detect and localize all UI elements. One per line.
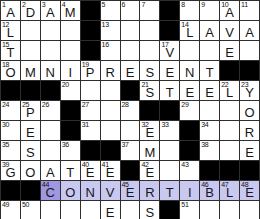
cell-r8c2[interactable]: S (21, 141, 40, 160)
cell-r11c1[interactable]: 49 (1, 201, 20, 219)
cell-r10c9[interactable]: T (160, 181, 179, 200)
cell-r6c1[interactable]: 24 (1, 101, 20, 120)
cell-r6c8 (140, 101, 159, 120)
cell-r10c7[interactable]: 45E (121, 181, 140, 200)
cell-r11c7[interactable] (121, 201, 140, 219)
cell-r7c8[interactable]: 32E (140, 121, 159, 140)
cell-letter: E (160, 66, 179, 79)
cell-r3c3[interactable] (41, 41, 60, 60)
cell-r5c6[interactable] (101, 81, 120, 100)
cell-r3c4[interactable] (61, 41, 80, 60)
clue-number: 16 (102, 41, 109, 49)
cell-letter: R (140, 186, 159, 199)
cell-letter: A (200, 26, 219, 39)
cell-r3c6[interactable]: 16 (101, 41, 120, 60)
cell-letter: A (220, 6, 239, 19)
cell-r10c1 (1, 181, 20, 200)
cell-letter: M (21, 66, 40, 79)
cell-r1c9 (160, 1, 179, 20)
cell-letter: T (61, 166, 80, 179)
cell-letter: T (160, 86, 179, 99)
cell-r1c13[interactable]: 11 (240, 1, 259, 20)
cell-letter: L (220, 86, 239, 99)
cell-letter: Y (240, 86, 259, 99)
clue-number: 34 (201, 121, 208, 129)
clue-number: 11 (241, 1, 248, 9)
cell-r2c1[interactable]: 12L (1, 21, 20, 40)
cell-letter: S (140, 66, 159, 79)
cell-letter: E (240, 186, 259, 199)
cell-r7c7[interactable] (121, 121, 140, 140)
cell-letter: E (200, 86, 219, 99)
cell-letter: T (160, 186, 179, 199)
cell-letter: N (41, 66, 60, 79)
cell-letter: C (41, 186, 60, 199)
cell-letter: R (240, 126, 259, 139)
cell-r7c11[interactable]: 34 (200, 121, 219, 140)
cell-letter: E (121, 186, 140, 199)
cell-r7c2[interactable]: E (21, 121, 40, 140)
cell-r2c12[interactable]: V (220, 21, 239, 40)
cell-letter: E (21, 126, 40, 139)
clue-number: 13 (102, 21, 109, 29)
cell-r2c3[interactable] (41, 21, 60, 40)
crossword-grid: 1A2D3A4M5678910A1112L1314LAVA15T1617VE18… (0, 0, 260, 219)
cell-letter: R (101, 66, 120, 79)
cell-r3c2[interactable] (21, 41, 40, 60)
cell-r5c5[interactable] (81, 81, 100, 100)
cell-r9c10[interactable]: 43 (180, 161, 199, 180)
cell-r8c8[interactable]: M (140, 141, 159, 160)
cell-letter: T (1, 46, 20, 59)
cell-r7c1[interactable]: 30 (1, 121, 20, 140)
clue-number: 7 (141, 1, 145, 9)
cell-r2c11[interactable]: A (200, 21, 219, 40)
cell-letter: E (180, 86, 199, 99)
clue-number: 50 (22, 201, 29, 209)
cell-r5c1 (1, 81, 20, 100)
cell-r6c9 (160, 101, 179, 120)
cell-letter: B (200, 186, 219, 199)
cell-r10c12[interactable]: 47L (220, 181, 239, 200)
cell-r10c8[interactable]: R (140, 181, 159, 200)
cell-r6c4 (61, 101, 80, 120)
cell-r9c4[interactable]: T (61, 161, 80, 180)
cell-letter: V (101, 186, 120, 199)
clue-number: 29 (181, 101, 188, 109)
cell-r3c5 (81, 41, 100, 60)
cell-r4c13 (240, 61, 259, 80)
cell-r1c5 (81, 1, 100, 20)
cell-r10c2 (21, 181, 40, 200)
cell-letter: G (1, 166, 20, 179)
cell-r4c12 (220, 61, 239, 80)
cell-r8c6 (101, 141, 120, 160)
cell-r5c12[interactable]: 22L (220, 81, 239, 100)
cell-letter: E (140, 126, 159, 139)
cell-r5c2 (21, 81, 40, 100)
cell-r6c5[interactable]: 27 (81, 101, 100, 120)
cell-r4c1[interactable]: 18O (1, 61, 20, 80)
cell-r2c8[interactable] (140, 21, 159, 40)
cell-r5c3 (41, 81, 60, 100)
cell-r9c8[interactable]: 42E (140, 161, 159, 180)
cell-letter: A (41, 6, 60, 19)
cell-r9c7 (121, 161, 140, 180)
cell-letter: E (101, 206, 120, 219)
cell-r4c10[interactable]: N (180, 61, 199, 80)
cell-r3c9[interactable]: 17V (160, 41, 179, 60)
cell-r10c6[interactable]: V (101, 181, 120, 200)
cell-letter: V (220, 26, 239, 39)
cell-r4c4[interactable]: I (61, 61, 80, 80)
cell-r10c3[interactable]: 44C (41, 181, 60, 200)
cell-r8c4[interactable]: 36 (61, 141, 80, 160)
cell-r6c12[interactable] (220, 101, 239, 120)
cell-letter: M (61, 6, 80, 19)
cell-r10c5[interactable]: N (81, 181, 100, 200)
cell-r5c13[interactable]: 23Y (240, 81, 259, 100)
cell-r3c12[interactable]: E (220, 41, 239, 60)
cell-r11c4[interactable] (61, 201, 80, 219)
cell-r11c5[interactable] (81, 201, 100, 219)
cell-r4c3[interactable]: N (41, 61, 60, 80)
cell-r4c6[interactable]: R (101, 61, 120, 80)
cell-r7c12[interactable] (220, 121, 239, 140)
cell-letter: V (160, 46, 179, 59)
cell-r7c10 (180, 121, 199, 140)
cell-r5c11[interactable]: E (200, 81, 219, 100)
cell-r6c11[interactable] (200, 101, 219, 120)
cell-r9c11 (200, 161, 219, 180)
clue-number: 30 (2, 121, 9, 129)
cell-r1c2[interactable]: 2D (21, 1, 40, 20)
cell-r2c4[interactable] (61, 21, 80, 40)
clue-number: 27 (82, 101, 89, 109)
cell-r2c6[interactable]: 13 (101, 21, 120, 40)
cell-r1c12[interactable]: 10A (220, 1, 239, 20)
cell-r1c3[interactable]: 3A (41, 1, 60, 20)
cell-r2c9 (160, 21, 179, 40)
cell-r9c1[interactable]: 39G (1, 161, 20, 180)
cell-r1c4[interactable]: 4M (61, 1, 80, 20)
cell-r11c3[interactable] (41, 201, 60, 219)
clue-number: 51 (181, 201, 188, 209)
cell-letter: O (61, 186, 80, 199)
cell-r7c13[interactable]: R (240, 121, 259, 140)
cell-r4c8[interactable]: S (140, 61, 159, 80)
cell-letter: N (81, 186, 100, 199)
cell-letter: E (220, 46, 239, 59)
cell-r8c10 (180, 141, 199, 160)
cell-letter: O (1, 66, 20, 79)
cell-letter: L (180, 26, 199, 39)
cell-letter: A (240, 26, 259, 39)
cell-letter: E (81, 166, 100, 179)
clue-number: 33 (161, 121, 168, 129)
clue-number: 9 (201, 1, 205, 9)
cell-r8c3[interactable] (41, 141, 60, 160)
cell-r7c4 (61, 121, 80, 140)
cell-letter: T (200, 66, 219, 79)
cell-r6c7[interactable]: 28 (121, 101, 140, 120)
cell-r7c9[interactable]: 33 (160, 121, 179, 140)
cell-r7c6[interactable] (101, 121, 120, 140)
cell-r3c8[interactable] (140, 41, 159, 60)
cell-r8c13[interactable]: E (240, 141, 259, 160)
clue-number: 49 (2, 201, 9, 209)
cell-r4c11[interactable]: T (200, 61, 219, 80)
cell-r6c3[interactable]: 26 (41, 101, 60, 120)
cell-r1c6[interactable]: 5 (101, 1, 120, 20)
cell-letter: S (140, 206, 159, 219)
cell-r5c8[interactable]: 21S (140, 81, 159, 100)
cell-r3c7[interactable] (121, 41, 140, 60)
cell-r1c11[interactable]: 9 (200, 1, 219, 20)
cell-letter: M (140, 146, 159, 159)
cell-r1c10[interactable]: 8 (180, 1, 199, 20)
cell-r10c13[interactable]: 48E (240, 181, 259, 200)
cell-letter: P (81, 66, 100, 79)
cell-r3c11[interactable] (200, 41, 219, 60)
clue-number: 31 (82, 121, 89, 129)
cell-r9c3[interactable]: A (41, 161, 60, 180)
cell-r4c2[interactable]: M (21, 61, 40, 80)
cell-r8c1[interactable]: 35 (1, 141, 20, 160)
cell-r5c4[interactable]: 20 (61, 81, 80, 100)
cell-r8c11[interactable]: 38 (200, 141, 219, 160)
cell-r11c6[interactable]: E (101, 201, 120, 219)
cell-r4c9[interactable]: E (160, 61, 179, 80)
cell-r10c10[interactable]: I (180, 181, 199, 200)
cell-letter: E (101, 166, 120, 179)
cell-letter: A (1, 6, 20, 19)
cell-r6c2[interactable]: 25P (21, 101, 40, 120)
cell-r10c11[interactable]: 46B (200, 181, 219, 200)
cell-r6c6[interactable] (101, 101, 120, 120)
cell-r4c5[interactable]: 19P (81, 61, 100, 80)
cell-letter: D (21, 6, 40, 19)
cell-r3c1[interactable]: 15T (1, 41, 20, 60)
cell-letter: O (21, 166, 40, 179)
cell-r9c2[interactable]: O (21, 161, 40, 180)
cell-letter: I (61, 66, 80, 79)
cell-r9c5[interactable]: 40E (81, 161, 100, 180)
cell-r2c10[interactable]: 14L (180, 21, 199, 40)
cell-r7c5[interactable]: 31 (81, 121, 100, 140)
cell-r9c6[interactable]: 41E (101, 161, 120, 180)
clue-number: 5 (102, 1, 106, 9)
cell-r3c13[interactable] (240, 41, 259, 60)
cell-r11c13[interactable] (240, 201, 259, 219)
cell-letter: S (21, 146, 40, 159)
clue-number: 6 (122, 1, 126, 9)
cell-r2c7[interactable] (121, 21, 140, 40)
cell-r4c7[interactable]: E (121, 61, 140, 80)
cell-r8c5 (81, 141, 100, 160)
cell-r9c12 (220, 161, 239, 180)
clue-number: 8 (181, 1, 185, 9)
cell-letter: E (140, 166, 159, 179)
cell-r8c12[interactable] (220, 141, 239, 160)
cell-r5c7 (121, 81, 140, 100)
cell-r2c5 (81, 21, 100, 40)
clue-number: 35 (2, 141, 9, 149)
cell-r1c7[interactable]: 6 (121, 1, 140, 20)
cell-r3c10[interactable] (180, 41, 199, 60)
cell-letter: L (220, 186, 239, 199)
cell-letter: P (21, 106, 40, 119)
cell-letter: I (180, 186, 199, 199)
cell-r9c9[interactable] (160, 161, 179, 180)
cell-r7c3[interactable] (41, 121, 60, 140)
cell-r5c10[interactable]: E (180, 81, 199, 100)
clue-number: 43 (181, 161, 188, 169)
cell-letter: O (240, 106, 259, 119)
cell-letter: E (121, 66, 140, 79)
cell-letter: S (140, 86, 159, 99)
cell-r5c9[interactable]: T (160, 81, 179, 100)
cell-r11c11[interactable] (200, 201, 219, 219)
cell-r8c9[interactable] (160, 141, 179, 160)
cell-r1c8[interactable]: 7 (140, 1, 159, 20)
cell-r6c10[interactable]: 29 (180, 101, 199, 120)
cell-r6c13[interactable]: O (240, 101, 259, 120)
clue-number: 26 (42, 101, 49, 109)
clue-number: 20 (62, 81, 69, 89)
clue-number: 37 (122, 141, 129, 149)
clue-number: 24 (2, 101, 9, 109)
cell-r8c7[interactable]: 37 (121, 141, 140, 160)
cell-r2c13[interactable]: A (240, 21, 259, 40)
cell-r2c2[interactable] (21, 21, 40, 40)
cell-letter: L (1, 26, 20, 39)
crossword-board: 1A2D3A4M5678910A1112L1314LAVA15T1617VE18… (0, 0, 260, 219)
cell-letter: N (180, 66, 199, 79)
cell-r11c9 (160, 201, 179, 219)
clue-number: 28 (122, 101, 129, 109)
cell-r1c1[interactable]: 1A (1, 1, 20, 20)
cell-r10c4[interactable]: O (61, 181, 80, 200)
cell-r11c2[interactable]: 50 (21, 201, 40, 219)
clue-number: 38 (201, 141, 208, 149)
cell-letter: A (41, 166, 60, 179)
cell-letter: E (240, 146, 259, 159)
cell-r11c10[interactable]: 51 (180, 201, 199, 219)
cell-r11c8[interactable]: S (140, 201, 159, 219)
cell-r9c13 (240, 161, 259, 180)
cell-r11c12[interactable] (220, 201, 239, 219)
clue-number: 36 (62, 141, 69, 149)
